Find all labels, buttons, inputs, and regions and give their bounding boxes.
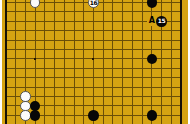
grid-line-v xyxy=(132,73,133,82)
grid-line-v xyxy=(171,101,172,110)
intersection xyxy=(21,17,31,26)
intersection xyxy=(89,82,99,91)
intersection xyxy=(69,101,79,110)
grid-line-v xyxy=(171,35,172,44)
grid-line-v xyxy=(180,73,182,82)
intersection xyxy=(176,26,186,35)
grid-line-v xyxy=(103,54,104,63)
grid-line-v xyxy=(83,45,84,54)
grid-line-v xyxy=(64,73,65,82)
intersection xyxy=(40,26,50,35)
intersection xyxy=(108,7,118,16)
intersection xyxy=(118,111,128,120)
grid-line-v xyxy=(15,54,16,63)
grid-line-v xyxy=(15,26,16,35)
grid-line-v xyxy=(171,82,172,91)
intersection xyxy=(59,92,69,101)
grid-line-v xyxy=(93,7,94,16)
grid-line-v xyxy=(54,101,55,110)
intersection xyxy=(127,101,137,110)
grid-line-v xyxy=(44,35,45,44)
grid-line-v xyxy=(180,111,182,120)
grid-line-v xyxy=(151,73,152,82)
white-stone: 16 xyxy=(88,0,99,8)
intersection xyxy=(21,26,31,35)
grid-line-v xyxy=(54,26,55,35)
grid-line-v xyxy=(64,35,65,44)
intersection xyxy=(50,92,60,101)
intersection xyxy=(166,54,176,63)
intersection xyxy=(127,17,137,26)
grid-line-v xyxy=(5,111,7,120)
intersection xyxy=(166,64,176,73)
intersection xyxy=(166,0,176,7)
intersection xyxy=(108,92,118,101)
grid-line-v xyxy=(93,82,94,91)
grid-line-v xyxy=(132,17,133,26)
grid-line-v xyxy=(142,45,143,54)
intersection xyxy=(137,17,147,26)
intersection xyxy=(21,64,31,73)
intersection xyxy=(108,73,118,82)
intersection xyxy=(59,101,69,110)
grid-line-v xyxy=(142,82,143,91)
grid-line-v xyxy=(180,54,182,63)
grid-line-v xyxy=(103,7,104,16)
intersection xyxy=(166,120,176,124)
intersection xyxy=(2,111,11,120)
intersection xyxy=(147,35,157,44)
grid-line-v xyxy=(93,73,94,82)
grid-line-v xyxy=(5,64,7,73)
grid-line-v xyxy=(103,73,104,82)
intersection xyxy=(98,120,108,124)
grid-line-v xyxy=(161,82,162,91)
grid-line-v xyxy=(35,92,36,101)
grid-line-v xyxy=(54,64,55,73)
intersection xyxy=(30,120,40,124)
grid-line-v xyxy=(35,73,36,82)
intersection xyxy=(98,17,108,26)
grid-line-v xyxy=(83,35,84,44)
intersection xyxy=(2,120,11,124)
grid-line-v xyxy=(171,0,172,7)
grid-line-v xyxy=(122,64,123,73)
grid-line-v xyxy=(74,0,75,7)
intersection xyxy=(69,45,79,54)
intersection xyxy=(2,73,11,82)
grid-line-v xyxy=(54,73,55,82)
intersection xyxy=(137,82,147,91)
grid-line-v xyxy=(112,0,113,7)
intersection xyxy=(137,111,147,120)
grid-line-v xyxy=(93,45,94,54)
intersection xyxy=(50,64,60,73)
grid-line-v xyxy=(25,7,26,16)
intersection xyxy=(40,7,50,16)
intersection xyxy=(176,111,186,120)
intersection xyxy=(11,73,21,82)
intersection xyxy=(137,101,147,110)
intersection xyxy=(30,26,40,35)
intersection xyxy=(40,35,50,44)
grid-line-v xyxy=(54,0,55,7)
grid-line-v xyxy=(15,82,16,91)
grid-line-v xyxy=(44,7,45,16)
grid-line-v xyxy=(83,101,84,110)
grid-line-v xyxy=(93,17,94,26)
grid-line-v xyxy=(35,120,36,124)
intersection xyxy=(157,111,167,120)
grid-line-v xyxy=(44,0,45,7)
grid-line-v xyxy=(122,120,123,124)
intersection xyxy=(89,7,99,16)
grid-line-v xyxy=(25,120,26,124)
grid-line-v xyxy=(25,45,26,54)
intersection xyxy=(40,111,50,120)
intersection xyxy=(127,73,137,82)
intersection xyxy=(40,54,50,63)
grid-line-v xyxy=(103,120,104,124)
grid-line-v xyxy=(142,64,143,73)
intersection xyxy=(108,54,118,63)
grid-line-v xyxy=(103,92,104,101)
intersection xyxy=(127,0,137,7)
star-point xyxy=(34,58,36,60)
intersection xyxy=(11,7,21,16)
intersection xyxy=(11,82,21,91)
grid-line-v xyxy=(122,17,123,26)
grid-line-v xyxy=(5,0,7,7)
intersection xyxy=(137,7,147,16)
grid-line-v xyxy=(142,54,143,63)
grid-line-v xyxy=(142,101,143,110)
grid-line-v xyxy=(15,64,16,73)
grid-line-v xyxy=(103,17,104,26)
intersection xyxy=(50,120,60,124)
grid-line-v xyxy=(112,111,113,120)
grid-line-v xyxy=(5,26,7,35)
star-point xyxy=(92,58,94,60)
grid-line-v xyxy=(25,26,26,35)
intersection xyxy=(30,17,40,26)
intersection xyxy=(40,101,50,110)
intersection xyxy=(166,111,176,120)
grid-line-v xyxy=(93,64,94,73)
intersection xyxy=(127,64,137,73)
grid-line-v xyxy=(15,35,16,44)
grid-line-v xyxy=(74,92,75,101)
grid-line-v xyxy=(25,64,26,73)
intersection xyxy=(157,26,167,35)
grid-line-v xyxy=(180,0,182,7)
intersection xyxy=(137,54,147,63)
black-stone xyxy=(88,110,99,121)
black-stone: 15 xyxy=(156,16,167,27)
intersection xyxy=(127,7,137,16)
intersection xyxy=(69,26,79,35)
intersection xyxy=(2,7,11,16)
grid-line-v xyxy=(54,92,55,101)
grid-line-v xyxy=(103,35,104,44)
grid-line-v xyxy=(54,82,55,91)
intersection xyxy=(108,111,118,120)
intersection xyxy=(11,54,21,63)
intersection xyxy=(118,120,128,124)
grid-line-v xyxy=(122,73,123,82)
intersection xyxy=(11,101,21,110)
intersection xyxy=(127,45,137,54)
intersection xyxy=(137,26,147,35)
intersection xyxy=(98,26,108,35)
grid-line-v xyxy=(132,111,133,120)
grid-line-v xyxy=(103,64,104,73)
grid-line-v xyxy=(54,45,55,54)
grid-line-v xyxy=(171,64,172,73)
black-stone xyxy=(147,0,158,8)
grid-line-v xyxy=(112,54,113,63)
grid-line-v xyxy=(5,73,7,82)
intersection xyxy=(118,0,128,7)
intersection xyxy=(98,54,108,63)
grid-line-v xyxy=(161,92,162,101)
intersection xyxy=(2,17,11,26)
intersection xyxy=(176,92,186,101)
intersection xyxy=(50,101,60,110)
grid-line-v xyxy=(54,54,55,63)
intersection xyxy=(137,64,147,73)
grid-line-v xyxy=(54,7,55,16)
intersection xyxy=(59,0,69,7)
intersection xyxy=(98,35,108,44)
grid-line-v xyxy=(151,26,152,35)
grid-line-v xyxy=(151,92,152,101)
intersection xyxy=(98,45,108,54)
grid-line-v xyxy=(74,54,75,63)
intersection xyxy=(118,73,128,82)
intersection xyxy=(176,120,186,124)
intersection xyxy=(69,54,79,63)
intersection xyxy=(11,35,21,44)
intersection xyxy=(30,7,40,16)
grid-line-v xyxy=(103,111,104,120)
intersection xyxy=(98,92,108,101)
grid-line-v xyxy=(35,26,36,35)
point-label: A xyxy=(147,17,156,26)
grid-line-v xyxy=(74,64,75,73)
intersection xyxy=(2,92,11,101)
intersection xyxy=(40,73,50,82)
intersection xyxy=(89,73,99,82)
grid-line-v xyxy=(151,7,152,16)
intersection xyxy=(98,0,108,7)
grid-line-v xyxy=(64,120,65,124)
grid-line-v xyxy=(180,7,182,16)
grid-line-v xyxy=(122,0,123,7)
intersection xyxy=(166,73,176,82)
intersection xyxy=(147,64,157,73)
intersection xyxy=(40,120,50,124)
grid-line-v xyxy=(64,82,65,91)
grid-line-v xyxy=(74,73,75,82)
intersection xyxy=(2,45,11,54)
intersection xyxy=(79,92,89,101)
grid-line-v xyxy=(180,92,182,101)
intersection xyxy=(50,26,60,35)
intersection xyxy=(59,111,69,120)
intersection xyxy=(176,0,186,7)
intersection xyxy=(118,17,128,26)
intersection xyxy=(157,101,167,110)
grid-line-v xyxy=(44,17,45,26)
grid-line-v xyxy=(44,120,45,124)
intersection xyxy=(50,54,60,63)
grid-line-v xyxy=(83,26,84,35)
grid-line-v xyxy=(15,101,16,110)
intersection xyxy=(89,64,99,73)
grid-line-v xyxy=(180,82,182,91)
grid-line-v xyxy=(112,73,113,82)
intersection xyxy=(40,64,50,73)
intersection xyxy=(157,0,167,7)
intersection xyxy=(108,0,118,7)
intersection xyxy=(176,54,186,63)
grid-line-v xyxy=(15,111,16,120)
grid-line-v xyxy=(93,35,94,44)
intersection xyxy=(11,17,21,26)
intersection xyxy=(40,92,50,101)
grid-line-v xyxy=(35,45,36,54)
grid-line-v xyxy=(15,45,16,54)
grid-line-v xyxy=(122,45,123,54)
grid-line-v xyxy=(64,54,65,63)
intersection xyxy=(11,26,21,35)
grid-line-v xyxy=(83,92,84,101)
grid-line-v xyxy=(171,120,172,124)
grid-line-v xyxy=(151,120,152,124)
grid-line-v xyxy=(74,7,75,16)
grid-line-v xyxy=(180,17,182,26)
intersection xyxy=(137,92,147,101)
intersection xyxy=(147,45,157,54)
intersection xyxy=(108,101,118,110)
grid-line-v xyxy=(112,17,113,26)
grid-line-v xyxy=(132,64,133,73)
grid-line-v xyxy=(83,73,84,82)
go-diagram: A1615 xyxy=(0,0,190,124)
intersection xyxy=(21,120,31,124)
grid-line-v xyxy=(103,101,104,110)
intersection xyxy=(176,82,186,91)
intersection xyxy=(50,0,60,7)
grid-line-v xyxy=(161,101,162,110)
grid-line-v xyxy=(142,92,143,101)
grid-line-v xyxy=(25,73,26,82)
grid-line-v xyxy=(112,26,113,35)
grid-line-v xyxy=(171,92,172,101)
intersection xyxy=(176,17,186,26)
intersection xyxy=(98,73,108,82)
intersection xyxy=(147,73,157,82)
grid-line-v xyxy=(151,64,152,73)
grid-line-v xyxy=(161,73,162,82)
intersection xyxy=(59,7,69,16)
intersection xyxy=(89,17,99,26)
grid-line-v xyxy=(180,64,182,73)
grid-line-v xyxy=(132,101,133,110)
intersection xyxy=(98,82,108,91)
intersection xyxy=(157,120,167,124)
intersection xyxy=(50,7,60,16)
grid-line-v xyxy=(5,17,7,26)
intersection xyxy=(2,35,11,44)
grid-line-v xyxy=(5,54,7,63)
intersection xyxy=(118,45,128,54)
grid-line-v xyxy=(161,26,162,35)
grid-line-v xyxy=(171,73,172,82)
intersection xyxy=(108,45,118,54)
grid-line-v xyxy=(132,0,133,7)
intersection xyxy=(79,64,89,73)
grid-line-v xyxy=(64,92,65,101)
goban[interactable]: A1615 xyxy=(2,0,188,124)
grid-line-v xyxy=(44,82,45,91)
grid-line-v xyxy=(5,45,7,54)
intersection xyxy=(157,45,167,54)
intersection xyxy=(147,7,157,16)
grid-line-v xyxy=(93,26,94,35)
grid-line-v xyxy=(142,111,143,120)
grid-line-v xyxy=(171,111,172,120)
grid-line-v xyxy=(44,92,45,101)
grid-line-v xyxy=(132,92,133,101)
grid-line-v xyxy=(180,120,182,124)
black-stone xyxy=(30,110,41,121)
grid-line-v xyxy=(44,111,45,120)
grid-line-v xyxy=(64,0,65,7)
grid-line-v xyxy=(83,0,84,7)
intersection xyxy=(118,54,128,63)
grid-line-v xyxy=(25,17,26,26)
grid-line-v xyxy=(142,35,143,44)
grid-line-v xyxy=(15,120,16,124)
intersection xyxy=(147,26,157,35)
intersection xyxy=(118,7,128,16)
grid-line-v xyxy=(83,54,84,63)
intersection xyxy=(69,92,79,101)
grid-line-v xyxy=(132,82,133,91)
grid-line-v xyxy=(74,120,75,124)
intersection xyxy=(59,45,69,54)
grid-line-v xyxy=(161,111,162,120)
intersection xyxy=(21,45,31,54)
intersection xyxy=(108,64,118,73)
intersection xyxy=(69,35,79,44)
intersection xyxy=(127,120,137,124)
intersection xyxy=(2,64,11,73)
intersection xyxy=(79,101,89,110)
intersection xyxy=(59,64,69,73)
grid-line-v xyxy=(132,35,133,44)
intersection xyxy=(59,73,69,82)
grid-line-v xyxy=(83,82,84,91)
grid-line-v xyxy=(54,35,55,44)
grid-line-v xyxy=(74,17,75,26)
intersection xyxy=(176,45,186,54)
grid-line-v xyxy=(142,7,143,16)
intersection xyxy=(127,92,137,101)
intersection xyxy=(108,82,118,91)
